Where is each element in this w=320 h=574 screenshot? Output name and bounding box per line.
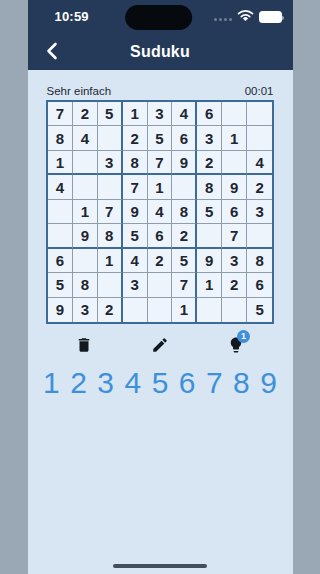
cell-r5c2[interactable]: 1 (73, 200, 98, 224)
cell-r9c1[interactable]: 9 (48, 298, 73, 322)
cell-r1c6[interactable]: 4 (172, 102, 197, 126)
cell-r5c5[interactable]: 4 (148, 200, 173, 224)
cell-r8c7[interactable]: 1 (197, 273, 222, 297)
trash-icon (75, 336, 93, 354)
cell-r1c2[interactable]: 2 (73, 102, 98, 126)
back-button[interactable] (38, 38, 66, 66)
cell-r4c5[interactable]: 1 (148, 175, 173, 199)
cell-r3c6[interactable]: 9 (172, 151, 197, 175)
cell-r2c1[interactable]: 8 (48, 126, 73, 150)
cell-r4c8[interactable]: 9 (222, 175, 247, 199)
cell-r6c4[interactable]: 5 (123, 224, 148, 248)
cell-r2c8[interactable]: 1 (222, 126, 247, 150)
cell-r3c9[interactable]: 4 (247, 151, 272, 175)
toolbar: 1 (46, 333, 274, 357)
status-icons (214, 0, 282, 34)
cell-r4c9[interactable]: 2 (247, 175, 272, 199)
cell-r2c3[interactable] (98, 126, 123, 150)
cell-r5c9[interactable]: 3 (247, 200, 272, 224)
cell-r7c7[interactable]: 9 (197, 249, 222, 273)
cell-r3c5[interactable]: 7 (148, 151, 173, 175)
numpad-button-7[interactable]: 7 (206, 365, 223, 401)
cell-r2c9[interactable] (247, 126, 272, 150)
status-time: 10:59 (55, 9, 89, 24)
cell-r2c6[interactable]: 6 (172, 126, 197, 150)
info-bar: Sehr einfach 00:01 (28, 85, 293, 97)
cell-r7c2[interactable] (73, 249, 98, 273)
cell-r6c8[interactable]: 7 (222, 224, 247, 248)
cell-r9c9[interactable]: 5 (247, 298, 272, 322)
cell-r5c8[interactable]: 6 (222, 200, 247, 224)
chevron-left-icon (46, 42, 58, 63)
cell-r7c1[interactable]: 6 (48, 249, 73, 273)
nav-bar: Suduku (28, 34, 293, 70)
numpad-button-8[interactable]: 8 (233, 365, 250, 401)
cell-r2c7[interactable]: 3 (197, 126, 222, 150)
cell-r7c4[interactable]: 4 (123, 249, 148, 273)
cell-r7c9[interactable]: 8 (247, 249, 272, 273)
numpad-button-2[interactable]: 2 (70, 365, 87, 401)
cell-r8c8[interactable]: 2 (222, 273, 247, 297)
sudoku-app-screen: 10:59 Suduku Sehr einfach (28, 0, 293, 574)
cell-r3c8[interactable] (222, 151, 247, 175)
numpad-button-6[interactable]: 6 (179, 365, 196, 401)
cell-r6c6[interactable]: 2 (172, 224, 197, 248)
cell-r5c6[interactable]: 8 (172, 200, 197, 224)
cell-r1c9[interactable] (247, 102, 272, 126)
cell-r8c2[interactable]: 8 (73, 273, 98, 297)
numpad-button-1[interactable]: 1 (43, 365, 60, 401)
numpad-button-3[interactable]: 3 (97, 365, 114, 401)
pencil-icon (151, 336, 169, 354)
hint-count-badge: 1 (237, 330, 250, 343)
cell-r5c7[interactable]: 5 (197, 200, 222, 224)
cell-r4c2[interactable] (73, 175, 98, 199)
cell-r8c4[interactable]: 3 (123, 273, 148, 297)
cell-r1c3[interactable]: 5 (98, 102, 123, 126)
numpad-button-9[interactable]: 9 (260, 365, 277, 401)
cell-r9c6[interactable]: 1 (172, 298, 197, 322)
cell-r1c7[interactable]: 6 (197, 102, 222, 126)
cell-r1c8[interactable] (222, 102, 247, 126)
status-bar: 10:59 (28, 0, 293, 34)
dynamic-island (125, 5, 192, 30)
cell-r9c2[interactable]: 3 (73, 298, 98, 322)
cell-r8c3[interactable] (98, 273, 123, 297)
timer-label: 00:01 (245, 85, 274, 97)
cell-r3c2[interactable] (73, 151, 98, 175)
cell-r7c5[interactable]: 2 (148, 249, 173, 273)
cell-r4c6[interactable] (172, 175, 197, 199)
cell-r2c5[interactable]: 5 (148, 126, 173, 150)
cellular-signal-icon (214, 14, 232, 21)
wifi-icon (237, 8, 254, 26)
cell-r6c3[interactable]: 8 (98, 224, 123, 248)
cell-r4c1[interactable]: 4 (48, 175, 73, 199)
hint-button[interactable]: 1 (198, 333, 274, 357)
cell-r8c9[interactable]: 6 (247, 273, 272, 297)
cell-r6c7[interactable] (197, 224, 222, 248)
cell-r1c5[interactable]: 3 (148, 102, 173, 126)
cell-r3c1[interactable]: 1 (48, 151, 73, 175)
cell-r6c5[interactable]: 6 (148, 224, 173, 248)
cell-r1c4[interactable]: 1 (123, 102, 148, 126)
cell-r1c1[interactable]: 7 (48, 102, 73, 126)
difficulty-label: Sehr einfach (47, 85, 112, 97)
cell-r6c9[interactable] (247, 224, 272, 248)
cell-r4c3[interactable] (98, 175, 123, 199)
numpad-button-5[interactable]: 5 (152, 365, 169, 401)
numpad: 123456789 (43, 365, 277, 401)
cell-r9c8[interactable] (222, 298, 247, 322)
page-title: Suduku (130, 43, 190, 61)
sudoku-board: 7251346842563113879244718921794856398562… (46, 100, 274, 324)
notes-button[interactable] (122, 333, 198, 357)
home-indicator (113, 564, 207, 568)
cell-r5c1[interactable] (48, 200, 73, 224)
cell-r8c5[interactable] (148, 273, 173, 297)
cell-r5c3[interactable]: 7 (98, 200, 123, 224)
cell-r8c1[interactable]: 5 (48, 273, 73, 297)
cell-r7c8[interactable]: 3 (222, 249, 247, 273)
cell-r3c4[interactable]: 8 (123, 151, 148, 175)
cell-r4c4[interactable]: 7 (123, 175, 148, 199)
cell-r9c5[interactable] (148, 298, 173, 322)
cell-r8c6[interactable]: 7 (172, 273, 197, 297)
cell-r9c7[interactable] (197, 298, 222, 322)
cell-r6c1[interactable] (48, 224, 73, 248)
erase-button[interactable] (46, 333, 122, 357)
cell-r4c7[interactable]: 8 (197, 175, 222, 199)
cell-r2c2[interactable]: 4 (73, 126, 98, 150)
cell-r5c4[interactable]: 9 (123, 200, 148, 224)
cell-r6c2[interactable]: 9 (73, 224, 98, 248)
cell-r7c3[interactable]: 1 (98, 249, 123, 273)
cell-r9c4[interactable] (123, 298, 148, 322)
cell-r9c3[interactable]: 2 (98, 298, 123, 322)
cell-r3c3[interactable]: 3 (98, 151, 123, 175)
cell-r2c4[interactable]: 2 (123, 126, 148, 150)
cell-r3c7[interactable]: 2 (197, 151, 222, 175)
battery-icon (259, 11, 282, 23)
cell-r7c6[interactable]: 5 (172, 249, 197, 273)
numpad-button-4[interactable]: 4 (124, 365, 141, 401)
